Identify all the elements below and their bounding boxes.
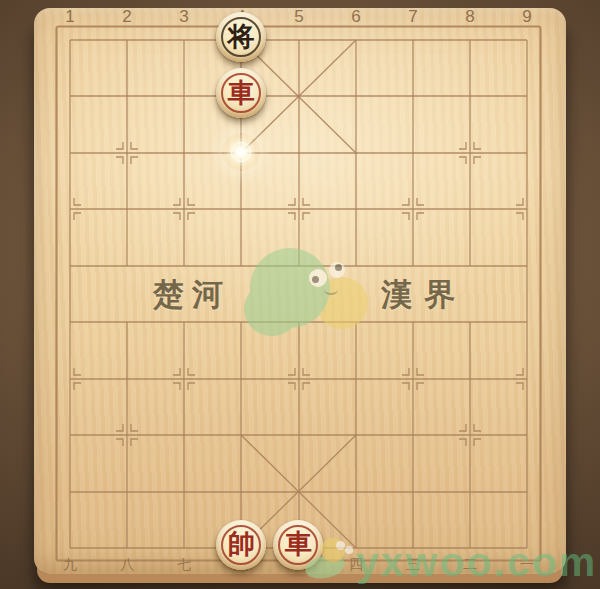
intersection-c4-r4[interactable] (213, 238, 270, 294)
intersection-c5-r2[interactable] (270, 125, 327, 181)
piece-character: 帥 (228, 530, 255, 557)
intersection-c2-r2[interactable] (99, 125, 156, 181)
intersection-c8-r0[interactable] (441, 12, 498, 68)
intersection-c3-r4[interactable] (156, 238, 213, 294)
intersection-c2-r6[interactable] (99, 350, 156, 406)
intersection-c5-r3[interactable] (270, 181, 327, 237)
intersection-c3-r8[interactable] (156, 463, 213, 519)
intersection-c6-r5[interactable] (327, 294, 384, 350)
intersection-c3-r7[interactable] (156, 407, 213, 463)
intersection-c1-r2[interactable] (41, 125, 98, 181)
intersection-c8-r5[interactable] (441, 294, 498, 350)
intersection-c9-r3[interactable] (498, 181, 555, 237)
piece-red-chariot-2[interactable]: 車 (273, 520, 323, 570)
intersection-c6-r0[interactable] (327, 12, 384, 68)
intersection-c2-r9[interactable] (99, 520, 156, 576)
intersection-c6-r9[interactable] (327, 520, 384, 576)
piece-character: 車 (285, 530, 312, 557)
intersection-c2-r4[interactable] (99, 238, 156, 294)
intersection-c9-r8[interactable] (498, 463, 555, 519)
intersection-c3-r1[interactable] (156, 68, 213, 124)
intersection-c9-r6[interactable] (498, 350, 555, 406)
intersection-c1-r1[interactable] (41, 68, 98, 124)
intersection-c7-r8[interactable] (384, 463, 441, 519)
intersection-c4-r6[interactable] (213, 350, 270, 406)
intersection-c7-r6[interactable] (384, 350, 441, 406)
last-move-glow (222, 133, 260, 171)
intersection-c5-r9[interactable]: 車 (270, 520, 327, 576)
intersection-c5-r5[interactable] (270, 294, 327, 350)
board-intersections: 将車帥車 (41, 12, 555, 576)
intersection-c8-r3[interactable] (441, 181, 498, 237)
intersection-c5-r8[interactable] (270, 463, 327, 519)
intersection-c3-r2[interactable] (156, 125, 213, 181)
intersection-c1-r9[interactable] (41, 520, 98, 576)
intersection-c5-r1[interactable] (270, 68, 327, 124)
intersection-c7-r7[interactable] (384, 407, 441, 463)
intersection-c9-r7[interactable] (498, 407, 555, 463)
piece-character: 車 (228, 79, 255, 106)
intersection-c8-r2[interactable] (441, 125, 498, 181)
intersection-c2-r0[interactable] (99, 12, 156, 68)
intersection-c7-r1[interactable] (384, 68, 441, 124)
intersection-c9-r4[interactable] (498, 238, 555, 294)
intersection-c2-r3[interactable] (99, 181, 156, 237)
intersection-c3-r3[interactable] (156, 181, 213, 237)
intersection-c5-r4[interactable] (270, 238, 327, 294)
piece-red-chariot-1[interactable]: 車 (216, 68, 266, 118)
intersection-c8-r8[interactable] (441, 463, 498, 519)
intersection-c4-r5[interactable] (213, 294, 270, 350)
intersection-c4-r9[interactable]: 帥 (213, 520, 270, 576)
intersection-c4-r1[interactable]: 車 (213, 68, 270, 124)
intersection-c1-r0[interactable] (41, 12, 98, 68)
intersection-c7-r9[interactable] (384, 520, 441, 576)
intersection-c5-r6[interactable] (270, 350, 327, 406)
intersection-c6-r2[interactable] (327, 125, 384, 181)
intersection-c9-r2[interactable] (498, 125, 555, 181)
intersection-c6-r8[interactable] (327, 463, 384, 519)
intersection-c1-r4[interactable] (41, 238, 98, 294)
intersection-c6-r6[interactable] (327, 350, 384, 406)
intersection-c8-r1[interactable] (441, 68, 498, 124)
intersection-c8-r4[interactable] (441, 238, 498, 294)
intersection-c8-r9[interactable] (441, 520, 498, 576)
intersection-c9-r9[interactable] (498, 520, 555, 576)
intersection-c1-r8[interactable] (41, 463, 98, 519)
intersection-c6-r4[interactable] (327, 238, 384, 294)
intersection-c3-r9[interactable] (156, 520, 213, 576)
intersection-c6-r1[interactable] (327, 68, 384, 124)
intersection-c4-r3[interactable] (213, 181, 270, 237)
intersection-c9-r0[interactable] (498, 12, 555, 68)
intersection-c9-r5[interactable] (498, 294, 555, 350)
intersection-c2-r7[interactable] (99, 407, 156, 463)
intersection-c1-r3[interactable] (41, 181, 98, 237)
intersection-c3-r0[interactable] (156, 12, 213, 68)
intersection-c4-r7[interactable] (213, 407, 270, 463)
intersection-c1-r7[interactable] (41, 407, 98, 463)
intersection-c7-r3[interactable] (384, 181, 441, 237)
intersection-c7-r5[interactable] (384, 294, 441, 350)
intersection-c1-r5[interactable] (41, 294, 98, 350)
intersection-c6-r7[interactable] (327, 407, 384, 463)
intersection-c2-r1[interactable] (99, 68, 156, 124)
intersection-c9-r1[interactable] (498, 68, 555, 124)
intersection-c7-r4[interactable] (384, 238, 441, 294)
piece-red-general[interactable]: 帥 (216, 520, 266, 570)
intersection-c1-r6[interactable] (41, 350, 98, 406)
intersection-c3-r5[interactable] (156, 294, 213, 350)
intersection-c8-r7[interactable] (441, 407, 498, 463)
xiangqi-app: 楚河 漢界 123456789 九八七六五四三二一 将車帥車 yxwoo.com (0, 0, 600, 589)
intersection-c2-r5[interactable] (99, 294, 156, 350)
intersection-c4-r2[interactable] (213, 125, 270, 181)
intersection-c4-r0[interactable]: 将 (213, 12, 270, 68)
intersection-c7-r2[interactable] (384, 125, 441, 181)
intersection-c8-r6[interactable] (441, 350, 498, 406)
intersection-c5-r7[interactable] (270, 407, 327, 463)
intersection-c4-r8[interactable] (213, 463, 270, 519)
intersection-c7-r0[interactable] (384, 12, 441, 68)
intersection-c6-r3[interactable] (327, 181, 384, 237)
piece-black-general[interactable]: 将 (216, 12, 266, 62)
intersection-c3-r6[interactable] (156, 350, 213, 406)
piece-character: 将 (228, 23, 255, 50)
intersection-c2-r8[interactable] (99, 463, 156, 519)
intersection-c5-r0[interactable] (270, 12, 327, 68)
